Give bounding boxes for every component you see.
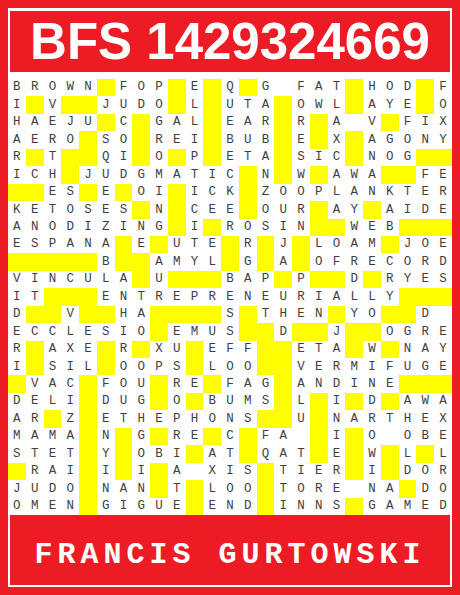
block-cell	[310, 445, 328, 462]
letter-cell: O	[203, 410, 221, 427]
block-cell	[79, 131, 97, 148]
letter-cell: A	[345, 236, 363, 253]
letter-cell: R	[168, 375, 186, 392]
block-cell	[345, 463, 363, 480]
letter-cell: U	[168, 236, 186, 253]
letter-cell: O	[399, 131, 417, 148]
block-cell	[115, 184, 133, 201]
letter-cell: L	[310, 236, 328, 253]
letter-cell: V	[363, 114, 381, 131]
letter-cell: A	[8, 131, 26, 148]
block-cell	[8, 463, 26, 480]
letter-cell: R	[203, 288, 221, 305]
block-cell	[186, 498, 204, 515]
letter-cell: E	[203, 201, 221, 218]
letter-cell: A	[292, 375, 310, 392]
letter-cell: O	[292, 480, 310, 497]
block-cell	[8, 253, 26, 270]
block-cell	[61, 288, 79, 305]
block-cell	[310, 323, 328, 340]
letter-cell: Y	[345, 201, 363, 218]
block-cell	[416, 288, 434, 305]
letter-cell: X	[203, 463, 221, 480]
puzzle-grid: BROWNFOPEQGFATHODFIVJUDOLUTAOWLAYEOHAEJU…	[8, 79, 452, 515]
block-cell	[79, 480, 97, 497]
letter-cell: E	[381, 375, 399, 392]
letter-cell: I	[8, 288, 26, 305]
letter-cell: R	[416, 323, 434, 340]
letter-cell: P	[186, 149, 204, 166]
block-cell	[274, 341, 292, 358]
letter-cell: L	[79, 358, 97, 375]
letter-cell: U	[79, 271, 97, 288]
letter-cell: G	[239, 253, 257, 270]
letter-cell: O	[61, 131, 79, 148]
letter-cell: R	[257, 114, 275, 131]
block-cell	[186, 358, 204, 375]
block-cell	[115, 428, 133, 445]
letter-cell: J	[61, 114, 79, 131]
letter-cell: W	[345, 166, 363, 183]
letter-cell: O	[239, 480, 257, 497]
letter-cell: A	[310, 79, 328, 96]
letter-cell: X	[328, 131, 346, 148]
block-cell	[186, 480, 204, 497]
letter-cell: T	[186, 236, 204, 253]
letter-cell: J	[79, 166, 97, 183]
block-cell	[26, 341, 44, 358]
letter-cell: P	[150, 358, 168, 375]
letter-cell: L	[292, 393, 310, 410]
letter-cell: A	[381, 480, 399, 497]
block-cell	[274, 131, 292, 148]
letter-cell: H	[115, 306, 133, 323]
letter-cell: L	[328, 184, 346, 201]
letter-cell: J	[97, 96, 115, 113]
letter-cell: R	[292, 201, 310, 218]
letter-cell: H	[132, 410, 150, 427]
block-cell	[274, 271, 292, 288]
block-cell	[97, 306, 115, 323]
letter-cell: B	[221, 271, 239, 288]
letter-cell: F	[416, 166, 434, 183]
letter-cell: G	[257, 375, 275, 392]
letter-cell: C	[328, 149, 346, 166]
letter-cell: D	[44, 480, 62, 497]
letter-cell: U	[115, 393, 133, 410]
letter-cell: A	[328, 166, 346, 183]
letter-cell: C	[61, 375, 79, 392]
letter-cell: A	[363, 131, 381, 148]
letter-cell: Q	[97, 149, 115, 166]
letter-cell: I	[61, 393, 79, 410]
block-cell	[274, 358, 292, 375]
letter-cell: F	[434, 79, 452, 96]
letter-cell: E	[434, 201, 452, 218]
letter-cell: M	[150, 166, 168, 183]
letter-cell: V	[44, 96, 62, 113]
block-cell	[416, 79, 434, 96]
letter-cell: A	[44, 463, 62, 480]
block-cell	[345, 149, 363, 166]
block-cell	[310, 428, 328, 445]
letter-cell: T	[328, 79, 346, 96]
letter-cell: N	[416, 131, 434, 148]
letter-cell: D	[399, 463, 417, 480]
letter-cell: N	[328, 410, 346, 427]
letter-cell: C	[221, 166, 239, 183]
letter-cell: R	[150, 131, 168, 148]
letter-cell: L	[399, 445, 417, 462]
letter-cell: E	[168, 498, 186, 515]
empty-cell	[274, 79, 292, 96]
letter-cell: O	[132, 184, 150, 201]
letter-cell: O	[292, 96, 310, 113]
letter-cell: T	[310, 341, 328, 358]
letter-cell: O	[44, 79, 62, 96]
letter-cell: A	[274, 253, 292, 270]
letter-cell: U	[26, 480, 44, 497]
letter-cell: F	[97, 375, 115, 392]
letter-cell: W	[345, 219, 363, 236]
block-cell	[292, 253, 310, 270]
letter-cell: E	[292, 131, 310, 148]
letter-cell: T	[274, 463, 292, 480]
block-cell	[434, 375, 452, 392]
letter-cell: O	[132, 79, 150, 96]
block-cell	[221, 253, 239, 270]
letter-cell: U	[97, 166, 115, 183]
letter-cell: G	[132, 498, 150, 515]
letter-cell: T	[274, 480, 292, 497]
cover-inner-area: BFS 1429324669 BROWNFOPEQGFATHODFIVJUDOL…	[8, 8, 452, 587]
letter-cell: E	[416, 184, 434, 201]
letter-cell: A	[132, 306, 150, 323]
block-cell	[221, 236, 239, 253]
letter-cell: E	[363, 253, 381, 270]
letter-cell: N	[399, 341, 417, 358]
block-cell	[310, 393, 328, 410]
letter-cell: F	[328, 253, 346, 270]
block-cell	[150, 323, 168, 340]
letter-cell: X	[61, 341, 79, 358]
letter-cell: O	[115, 131, 133, 148]
empty-cell	[434, 306, 452, 323]
letter-cell: R	[26, 463, 44, 480]
letter-cell: G	[416, 358, 434, 375]
letter-cell: G	[363, 498, 381, 515]
letter-cell: E	[203, 341, 221, 358]
block-cell	[381, 306, 399, 323]
letter-cell: G	[132, 393, 150, 410]
block-cell	[97, 358, 115, 375]
letter-cell: E	[150, 410, 168, 427]
letter-cell: I	[61, 358, 79, 375]
letter-cell: S	[168, 358, 186, 375]
letter-cell: I	[115, 219, 133, 236]
block-cell	[132, 253, 150, 270]
letter-cell: E	[97, 410, 115, 427]
letter-cell: P	[150, 79, 168, 96]
letter-cell: O	[310, 253, 328, 270]
letter-cell: O	[328, 236, 346, 253]
letter-cell: I	[8, 358, 26, 375]
letter-cell: A	[239, 375, 257, 392]
letter-cell: E	[8, 323, 26, 340]
block-cell	[363, 201, 381, 218]
letter-cell: I	[8, 96, 26, 113]
letter-cell: A	[203, 445, 221, 462]
letter-cell: O	[399, 428, 417, 445]
letter-cell: A	[363, 166, 381, 183]
letter-cell: I	[363, 463, 381, 480]
block-cell	[168, 271, 186, 288]
title-banner: BFS 1429324669	[10, 11, 450, 72]
letter-cell: V	[61, 306, 79, 323]
letter-cell: D	[8, 306, 26, 323]
letter-cell: P	[186, 288, 204, 305]
block-cell	[310, 166, 328, 183]
letter-cell: I	[345, 375, 363, 392]
block-cell	[434, 288, 452, 305]
letter-cell: Y	[97, 445, 115, 462]
block-cell	[381, 463, 399, 480]
letter-cell: C	[221, 428, 239, 445]
block-cell	[132, 271, 150, 288]
letter-cell: R	[168, 428, 186, 445]
letter-cell: H	[44, 166, 62, 183]
letter-cell: Z	[257, 184, 275, 201]
letter-cell: G	[399, 149, 417, 166]
letter-cell: L	[44, 393, 62, 410]
letter-cell: A	[115, 480, 133, 497]
block-cell	[239, 79, 257, 96]
block-cell	[381, 166, 399, 183]
letter-cell: O	[132, 358, 150, 375]
block-cell	[44, 410, 62, 427]
letter-cell: C	[44, 323, 62, 340]
letter-cell: G	[257, 79, 275, 96]
block-cell	[416, 375, 434, 392]
block-cell	[168, 306, 186, 323]
letter-cell: O	[44, 219, 62, 236]
block-cell	[274, 114, 292, 131]
block-cell	[381, 236, 399, 253]
letter-cell: Y	[345, 306, 363, 323]
letter-cell: I	[363, 358, 381, 375]
letter-cell: N	[221, 498, 239, 515]
letter-cell: A	[26, 428, 44, 445]
empty-cell	[345, 114, 363, 131]
letter-cell: I	[26, 271, 44, 288]
block-cell	[61, 149, 79, 166]
block-cell	[274, 149, 292, 166]
block-cell	[381, 393, 399, 410]
letter-cell: G	[150, 219, 168, 236]
letter-cell: A	[115, 271, 133, 288]
block-cell	[44, 306, 62, 323]
letter-cell: N	[150, 201, 168, 218]
letter-cell: A	[44, 341, 62, 358]
letter-cell: O	[416, 236, 434, 253]
letter-cell: Q	[221, 79, 239, 96]
block-cell	[79, 498, 97, 515]
block-cell	[381, 341, 399, 358]
letter-cell: P	[257, 271, 275, 288]
block-cell	[150, 428, 168, 445]
letter-cell: L	[328, 96, 346, 113]
letter-cell: O	[239, 219, 257, 236]
letter-cell: D	[115, 166, 133, 183]
letter-cell: C	[61, 271, 79, 288]
block-cell	[132, 201, 150, 218]
letter-cell: R	[381, 271, 399, 288]
letter-cell: S	[239, 410, 257, 427]
letter-cell: U	[221, 393, 239, 410]
letter-cell: A	[168, 463, 186, 480]
letter-cell: R	[310, 480, 328, 497]
block-cell	[115, 236, 133, 253]
block-cell	[97, 341, 115, 358]
block-cell	[203, 375, 221, 392]
letter-cell: S	[8, 445, 26, 462]
block-cell	[168, 79, 186, 96]
letter-cell: E	[434, 166, 452, 183]
block-cell	[186, 445, 204, 462]
letter-cell: A	[61, 236, 79, 253]
letter-cell: H	[274, 306, 292, 323]
letter-cell: I	[61, 463, 79, 480]
block-cell	[97, 114, 115, 131]
block-cell	[274, 393, 292, 410]
block-cell	[345, 96, 363, 113]
letter-cell: I	[399, 201, 417, 218]
letter-cell: M	[26, 498, 44, 515]
letter-cell: E	[221, 201, 239, 218]
letter-cell: B	[8, 79, 26, 96]
letter-cell: U	[292, 410, 310, 427]
block-cell	[416, 219, 434, 236]
letter-cell: I	[186, 131, 204, 148]
letter-cell: S	[61, 184, 79, 201]
author-banner: FRANCIS GURTOWSKI	[10, 515, 450, 585]
letter-cell: B	[203, 393, 221, 410]
letter-cell: R	[345, 253, 363, 270]
letter-cell: E	[168, 288, 186, 305]
letter-cell: G	[132, 428, 150, 445]
letter-cell: Y	[434, 131, 452, 148]
letter-cell: W	[363, 341, 381, 358]
block-cell	[257, 358, 275, 375]
block-cell	[115, 445, 133, 462]
letter-cell: S	[79, 201, 97, 218]
letter-cell: L	[97, 271, 115, 288]
letter-cell: U	[203, 323, 221, 340]
letter-cell: E	[292, 306, 310, 323]
letter-cell: O	[132, 323, 150, 340]
letter-cell: C	[381, 253, 399, 270]
letter-cell: B	[416, 428, 434, 445]
letter-cell: E	[44, 498, 62, 515]
letter-cell: B	[150, 445, 168, 462]
letter-cell: I	[79, 219, 97, 236]
letter-cell: E	[168, 323, 186, 340]
letter-cell: S	[292, 149, 310, 166]
letter-cell: I	[328, 428, 346, 445]
letter-cell: C	[26, 166, 44, 183]
letter-cell: E	[186, 428, 204, 445]
letter-cell: T	[239, 96, 257, 113]
letter-cell: T	[61, 445, 79, 462]
letter-cell: A	[168, 114, 186, 131]
letter-cell: O	[416, 463, 434, 480]
letter-cell: E	[434, 358, 452, 375]
letter-cell: Y	[186, 253, 204, 270]
letter-cell: O	[150, 149, 168, 166]
letter-cell: E	[292, 341, 310, 358]
letter-cell: E	[203, 498, 221, 515]
letter-cell: R	[328, 358, 346, 375]
block-cell	[292, 323, 310, 340]
letter-cell: P	[292, 271, 310, 288]
letter-cell: O	[363, 306, 381, 323]
letter-cell: I	[97, 463, 115, 480]
block-cell	[26, 253, 44, 270]
block-cell	[257, 480, 275, 497]
block-cell	[61, 96, 79, 113]
block-cell	[168, 219, 186, 236]
block-cell	[115, 253, 133, 270]
letter-cell: T	[186, 166, 204, 183]
block-cell	[399, 219, 417, 236]
letter-cell: F	[221, 375, 239, 392]
letter-cell: E	[328, 445, 346, 462]
letter-cell: U	[79, 114, 97, 131]
letter-cell: I	[221, 463, 239, 480]
letter-cell: U	[150, 271, 168, 288]
letter-cell: L	[186, 114, 204, 131]
block-cell	[132, 341, 150, 358]
letter-cell: L	[203, 480, 221, 497]
letter-cell: O	[168, 393, 186, 410]
block-cell	[345, 498, 363, 515]
letter-cell: O	[381, 79, 399, 96]
block-cell	[363, 323, 381, 340]
letter-cell: M	[363, 236, 381, 253]
letter-cell: E	[221, 149, 239, 166]
letter-cell: D	[434, 498, 452, 515]
letter-cell: E	[44, 114, 62, 131]
letter-cell: K	[8, 201, 26, 218]
letter-cell: I	[310, 149, 328, 166]
letter-cell: R	[434, 184, 452, 201]
letter-cell: R	[115, 341, 133, 358]
letter-cell: L	[203, 358, 221, 375]
letter-cell: S	[44, 358, 62, 375]
letter-cell: J	[399, 236, 417, 253]
block-cell	[257, 410, 275, 427]
letter-cell: J	[274, 236, 292, 253]
letter-cell: O	[399, 253, 417, 270]
letter-cell: A	[345, 410, 363, 427]
letter-cell: I	[328, 393, 346, 410]
letter-cell: Y	[399, 271, 417, 288]
block-cell	[239, 306, 257, 323]
letter-cell: O	[132, 445, 150, 462]
letter-cell: N	[363, 480, 381, 497]
letter-cell: G	[132, 166, 150, 183]
letter-cell: T	[239, 149, 257, 166]
